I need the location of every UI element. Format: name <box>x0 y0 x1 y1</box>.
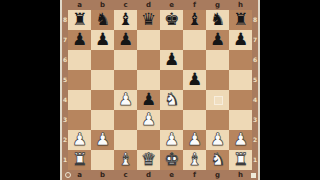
square-a8[interactable]: ♜ <box>68 10 91 30</box>
square-h5[interactable] <box>229 70 252 90</box>
square-g3[interactable] <box>206 110 229 130</box>
rank-labels-right: 87654321 <box>252 10 258 170</box>
rank-label-8: 8 <box>252 10 258 30</box>
rank-label-6: 6 <box>252 50 258 70</box>
piece-black-rook[interactable]: ♜ <box>72 11 87 28</box>
square-d5[interactable] <box>137 70 160 90</box>
file-label-f: f <box>183 170 206 180</box>
square-d8[interactable]: ♛ <box>137 10 160 30</box>
piece-black-bishop[interactable]: ♝ <box>187 11 202 28</box>
square-e8[interactable]: ♚ <box>160 10 183 30</box>
letterbox-left <box>0 0 60 180</box>
file-label-b: b <box>91 170 114 180</box>
piece-white-knight[interactable]: ♞ <box>210 151 225 168</box>
square-h7[interactable]: ♟ <box>229 30 252 50</box>
square-b1[interactable] <box>91 150 114 170</box>
piece-black-pawn[interactable]: ♟ <box>118 31 133 48</box>
file-label-h: h <box>229 170 252 180</box>
square-h6[interactable] <box>229 50 252 70</box>
piece-black-pawn[interactable]: ♟ <box>141 91 156 108</box>
square-h3[interactable] <box>229 110 252 130</box>
square-d6[interactable] <box>137 50 160 70</box>
square-b3[interactable] <box>91 110 114 130</box>
rank-label-4: 4 <box>252 90 258 110</box>
square-e4[interactable]: ♞ <box>160 90 183 110</box>
file-label-a: a <box>68 170 91 180</box>
piece-black-pawn[interactable]: ♟ <box>95 31 110 48</box>
rank-label-2: 2 <box>252 130 258 150</box>
piece-black-king[interactable]: ♚ <box>164 11 179 28</box>
piece-black-knight[interactable]: ♞ <box>210 11 225 28</box>
square-h4[interactable] <box>229 90 252 110</box>
square-f4[interactable] <box>183 90 206 110</box>
square-e5[interactable] <box>160 70 183 90</box>
square-e2[interactable]: ♟ <box>160 130 183 150</box>
square-c6[interactable] <box>114 50 137 70</box>
rank-label-7: 7 <box>252 30 258 50</box>
piece-black-queen[interactable]: ♛ <box>141 11 156 28</box>
piece-black-pawn[interactable]: ♟ <box>164 51 179 68</box>
piece-black-rook[interactable]: ♜ <box>233 11 248 28</box>
square-e3[interactable] <box>160 110 183 130</box>
rank-label-1: 1 <box>252 150 258 170</box>
square-b8[interactable]: ♞ <box>91 10 114 30</box>
square-a5[interactable] <box>68 70 91 90</box>
square-e7[interactable] <box>160 30 183 50</box>
file-label-g: g <box>206 170 229 180</box>
board-grid: ♜♞♝♛♚♝♞♜♟♟♟♟♟♟♟♟♟♞♟♟♟♟♟♟♟♜♝♛♚♝♞♜ <box>68 10 252 170</box>
file-labels-top: abcdefgh <box>62 0 258 10</box>
square-e6[interactable]: ♟ <box>160 50 183 70</box>
square-a2[interactable]: ♟ <box>68 130 91 150</box>
square-a3[interactable] <box>68 110 91 130</box>
square-c3[interactable] <box>114 110 137 130</box>
square-g6[interactable] <box>206 50 229 70</box>
square-icon[interactable] <box>251 173 256 178</box>
square-d1[interactable]: ♛ <box>137 150 160 170</box>
square-c1[interactable]: ♝ <box>114 150 137 170</box>
piece-black-pawn[interactable]: ♟ <box>233 31 248 48</box>
letterbox-right <box>260 0 320 180</box>
square-b5[interactable] <box>91 70 114 90</box>
square-h8[interactable]: ♜ <box>229 10 252 30</box>
file-labels-bottom: abcdefgh <box>62 170 258 180</box>
square-a6[interactable] <box>68 50 91 70</box>
square-b2[interactable]: ♟ <box>91 130 114 150</box>
piece-white-rook[interactable]: ♜ <box>72 151 87 168</box>
square-c7[interactable]: ♟ <box>114 30 137 50</box>
square-b6[interactable] <box>91 50 114 70</box>
square-h2[interactable]: ♟ <box>229 130 252 150</box>
piece-black-bishop[interactable]: ♝ <box>118 11 133 28</box>
piece-white-pawn[interactable]: ♟ <box>95 131 110 148</box>
piece-white-knight[interactable]: ♞ <box>164 91 179 108</box>
square-g1[interactable]: ♞ <box>206 150 229 170</box>
square-g4[interactable] <box>206 90 229 110</box>
square-g5[interactable] <box>206 70 229 90</box>
square-e1[interactable]: ♚ <box>160 150 183 170</box>
piece-white-pawn[interactable]: ♟ <box>72 131 87 148</box>
square-d4[interactable]: ♟ <box>137 90 160 110</box>
piece-black-pawn[interactable]: ♟ <box>187 71 202 88</box>
screenshot-canvas: abcdefgh 87654321 ♜♞♝♛♚♝♞♜♟♟♟♟♟♟♟♟♟♞♟♟♟♟… <box>0 0 320 180</box>
piece-white-pawn[interactable]: ♟ <box>187 131 202 148</box>
piece-black-pawn[interactable]: ♟ <box>72 31 87 48</box>
piece-white-pawn[interactable]: ♟ <box>118 91 133 108</box>
square-a4[interactable] <box>68 90 91 110</box>
faint-mark <box>214 96 223 105</box>
square-g7[interactable]: ♟ <box>206 30 229 50</box>
file-label-e: e <box>160 170 183 180</box>
piece-white-queen[interactable]: ♛ <box>141 151 156 168</box>
square-d3[interactable]: ♟ <box>137 110 160 130</box>
file-label-d: d <box>137 170 160 180</box>
square-f3[interactable] <box>183 110 206 130</box>
circle-icon[interactable] <box>65 172 71 178</box>
piece-white-king[interactable]: ♚ <box>164 151 179 168</box>
square-b4[interactable] <box>91 90 114 110</box>
square-f7[interactable] <box>183 30 206 50</box>
square-a7[interactable]: ♟ <box>68 30 91 50</box>
piece-white-pawn[interactable]: ♟ <box>141 111 156 128</box>
rank-label-5: 5 <box>252 70 258 90</box>
square-h1[interactable]: ♜ <box>229 150 252 170</box>
piece-white-pawn[interactable]: ♟ <box>164 131 179 148</box>
square-f8[interactable]: ♝ <box>183 10 206 30</box>
piece-white-bishop[interactable]: ♝ <box>118 151 133 168</box>
piece-black-knight[interactable]: ♞ <box>95 11 110 28</box>
piece-white-rook[interactable]: ♜ <box>233 151 248 168</box>
piece-white-pawn[interactable]: ♟ <box>233 131 248 148</box>
square-g2[interactable]: ♟ <box>206 130 229 150</box>
piece-black-pawn[interactable]: ♟ <box>210 31 225 48</box>
square-f6[interactable] <box>183 50 206 70</box>
square-d7[interactable] <box>137 30 160 50</box>
square-c2[interactable] <box>114 130 137 150</box>
square-b7[interactable]: ♟ <box>91 30 114 50</box>
square-a1[interactable]: ♜ <box>68 150 91 170</box>
piece-white-pawn[interactable]: ♟ <box>210 131 225 148</box>
chess-board: abcdefgh 87654321 ♜♞♝♛♚♝♞♜♟♟♟♟♟♟♟♟♟♞♟♟♟♟… <box>60 0 260 180</box>
square-f2[interactable]: ♟ <box>183 130 206 150</box>
square-c4[interactable]: ♟ <box>114 90 137 110</box>
file-label-c: c <box>114 170 137 180</box>
piece-white-bishop[interactable]: ♝ <box>187 151 202 168</box>
square-g8[interactable]: ♞ <box>206 10 229 30</box>
square-c8[interactable]: ♝ <box>114 10 137 30</box>
square-f1[interactable]: ♝ <box>183 150 206 170</box>
square-c5[interactable] <box>114 70 137 90</box>
square-d2[interactable] <box>137 130 160 150</box>
rank-label-3: 3 <box>252 110 258 130</box>
square-f5[interactable]: ♟ <box>183 70 206 90</box>
